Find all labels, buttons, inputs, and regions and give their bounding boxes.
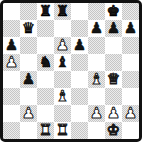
square-a2[interactable] [3,105,20,122]
square-f4[interactable]: ♝ [88,71,105,88]
square-h3[interactable] [122,88,139,105]
square-a5[interactable]: ♟ [3,54,20,71]
square-g3[interactable] [105,88,122,105]
square-d8[interactable]: ♜ [54,3,71,20]
square-c5[interactable]: ♞ [37,54,54,71]
square-g8[interactable]: ♚ [105,3,122,20]
square-e2[interactable] [71,105,88,122]
black-pawn-h7[interactable]: ♟ [124,20,137,37]
white-queen-g4[interactable]: ♛ [107,71,120,88]
square-h2[interactable]: ♟ [122,105,139,122]
square-g6[interactable] [105,37,122,54]
square-f7[interactable]: ♟ [88,20,105,37]
white-rook-c1[interactable]: ♜ [39,122,52,139]
square-b8[interactable] [20,3,37,20]
white-pawn-d6[interactable]: ♟ [56,37,69,54]
square-h5[interactable] [122,54,139,71]
square-c7[interactable] [37,20,54,37]
white-bishop-d3[interactable]: ♝ [56,88,69,105]
square-d2[interactable] [54,105,71,122]
square-g1[interactable]: ♚ [105,122,122,139]
square-e3[interactable] [71,88,88,105]
black-knight-c5[interactable]: ♞ [39,54,52,71]
square-h6[interactable] [122,37,139,54]
white-pawn-a5[interactable]: ♟ [5,54,18,71]
square-c3[interactable] [37,88,54,105]
square-d5[interactable]: ♝ [54,54,71,71]
square-f1[interactable] [88,122,105,139]
square-h8[interactable] [122,3,139,20]
square-c6[interactable] [37,37,54,54]
black-pawn-g7[interactable]: ♟ [107,20,120,37]
square-b6[interactable] [20,37,37,54]
square-g2[interactable]: ♟ [105,105,122,122]
square-a8[interactable] [3,3,20,20]
square-a7[interactable] [3,20,20,37]
white-rook-d1[interactable]: ♜ [56,122,69,139]
square-a3[interactable] [3,88,20,105]
square-g7[interactable]: ♟ [105,20,122,37]
square-b1[interactable] [20,122,37,139]
square-d7[interactable] [54,20,71,37]
square-h4[interactable] [122,71,139,88]
black-rook-d8[interactable]: ♜ [56,3,69,20]
white-pawn-h2[interactable]: ♟ [124,105,137,122]
chess-board: ♜♜♚♛♟♟♟♟♟♟♟♞♝♟♝♛♝♟♟♟♟♜♜♚ [3,3,139,139]
square-e6[interactable]: ♟ [71,37,88,54]
square-c4[interactable] [37,71,54,88]
black-queen-b7[interactable]: ♛ [22,20,35,37]
square-e4[interactable] [71,71,88,88]
black-rook-c8[interactable]: ♜ [39,3,52,20]
square-e7[interactable] [71,20,88,37]
square-b7[interactable]: ♛ [20,20,37,37]
square-c8[interactable]: ♜ [37,3,54,20]
square-f8[interactable] [88,3,105,20]
white-pawn-f2[interactable]: ♟ [90,105,103,122]
square-a6[interactable]: ♟ [3,37,20,54]
square-b5[interactable] [20,54,37,71]
chess-board-frame: ♜♜♚♛♟♟♟♟♟♟♟♞♝♟♝♛♝♟♟♟♟♜♜♚ [0,0,142,142]
white-bishop-f4[interactable]: ♝ [90,71,103,88]
square-b4[interactable]: ♟ [20,71,37,88]
black-pawn-e6[interactable]: ♟ [73,37,86,54]
black-pawn-b4[interactable]: ♟ [22,71,35,88]
square-e5[interactable] [71,54,88,71]
square-g4[interactable]: ♛ [105,71,122,88]
square-b3[interactable] [20,88,37,105]
square-a4[interactable] [3,71,20,88]
black-pawn-f7[interactable]: ♟ [90,20,103,37]
square-e8[interactable] [71,3,88,20]
square-d3[interactable]: ♝ [54,88,71,105]
white-pawn-b2[interactable]: ♟ [22,105,35,122]
square-d6[interactable]: ♟ [54,37,71,54]
black-bishop-d5[interactable]: ♝ [56,54,69,71]
square-f5[interactable] [88,54,105,71]
square-h7[interactable]: ♟ [122,20,139,37]
square-e1[interactable] [71,122,88,139]
square-f3[interactable] [88,88,105,105]
square-f6[interactable] [88,37,105,54]
white-pawn-g2[interactable]: ♟ [107,105,120,122]
square-f2[interactable]: ♟ [88,105,105,122]
square-c1[interactable]: ♜ [37,122,54,139]
square-c2[interactable] [37,105,54,122]
black-pawn-a6[interactable]: ♟ [5,37,18,54]
square-d4[interactable] [54,71,71,88]
square-d1[interactable]: ♜ [54,122,71,139]
square-b2[interactable]: ♟ [20,105,37,122]
white-king-g1[interactable]: ♚ [107,122,120,139]
square-a1[interactable] [3,122,20,139]
black-king-g8[interactable]: ♚ [107,3,120,20]
square-h1[interactable] [122,122,139,139]
square-g5[interactable] [105,54,122,71]
